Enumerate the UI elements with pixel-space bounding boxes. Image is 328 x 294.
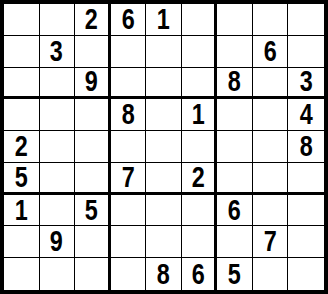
cell-r1c7[interactable] [217, 4, 253, 36]
cell-r4c9: 4 [288, 99, 324, 131]
cell-r6c6: 2 [182, 163, 218, 195]
given-digit: 6 [228, 195, 241, 226]
given-digit: 8 [228, 68, 241, 98]
given-digit: 8 [300, 131, 313, 162]
cell-r8c1[interactable] [4, 226, 40, 258]
cell-r4c6: 1 [182, 99, 218, 131]
given-digit: 7 [264, 226, 277, 257]
cell-r3c6[interactable] [182, 68, 218, 100]
cell-r5c1: 2 [4, 131, 40, 163]
cell-r7c5[interactable] [146, 195, 182, 227]
given-digit: 2 [192, 163, 205, 193]
cell-r3c2[interactable] [40, 68, 76, 100]
cell-r7c8[interactable] [253, 195, 289, 227]
given-digit: 6 [264, 36, 277, 67]
given-digit: 6 [192, 259, 205, 290]
cell-r7c2[interactable] [40, 195, 76, 227]
cell-r6c7[interactable] [217, 163, 253, 195]
cell-r3c3: 9 [75, 68, 111, 100]
cell-r4c7[interactable] [217, 99, 253, 131]
cell-r8c2: 9 [40, 226, 76, 258]
cell-r4c5[interactable] [146, 99, 182, 131]
cell-r3c5[interactable] [146, 68, 182, 100]
cell-r4c1[interactable] [4, 99, 40, 131]
cell-r7c7: 6 [217, 195, 253, 227]
cell-r3c4[interactable] [111, 68, 147, 100]
cell-r8c3[interactable] [75, 226, 111, 258]
cell-r6c4: 7 [111, 163, 147, 195]
given-digit: 3 [300, 68, 313, 98]
cell-r5c8[interactable] [253, 131, 289, 163]
cell-r6c3[interactable] [75, 163, 111, 195]
given-digit: 1 [15, 195, 28, 226]
cell-r7c6[interactable] [182, 195, 218, 227]
cell-r8c8: 7 [253, 226, 289, 258]
cell-r9c3[interactable] [75, 258, 111, 290]
cell-r5c4[interactable] [111, 131, 147, 163]
cell-r1c8[interactable] [253, 4, 289, 36]
cell-r6c8[interactable] [253, 163, 289, 195]
given-digit: 5 [228, 259, 241, 290]
cell-r9c5: 8 [146, 258, 182, 290]
cell-r5c9: 8 [288, 131, 324, 163]
given-digit: 3 [50, 36, 63, 67]
cell-r3c8[interactable] [253, 68, 289, 100]
cell-r6c9[interactable] [288, 163, 324, 195]
cell-r9c2[interactable] [40, 258, 76, 290]
given-digit: 9 [85, 68, 98, 98]
given-digit: 8 [157, 259, 170, 290]
cell-r1c5: 1 [146, 4, 182, 36]
cell-r4c3[interactable] [75, 99, 111, 131]
cell-r9c1[interactable] [4, 258, 40, 290]
cell-r7c9[interactable] [288, 195, 324, 227]
cell-r6c5[interactable] [146, 163, 182, 195]
cell-r9c8[interactable] [253, 258, 289, 290]
given-digit: 8 [121, 99, 134, 130]
cell-r5c6[interactable] [182, 131, 218, 163]
cell-r4c8[interactable] [253, 99, 289, 131]
given-digit: 1 [157, 4, 170, 35]
cell-r5c2[interactable] [40, 131, 76, 163]
sudoku-board: 261369838142857215697865 [0, 0, 328, 294]
cell-r8c5[interactable] [146, 226, 182, 258]
cell-r8c7[interactable] [217, 226, 253, 258]
given-digit: 4 [300, 99, 313, 130]
cell-r9c7: 5 [217, 258, 253, 290]
cell-r6c2[interactable] [40, 163, 76, 195]
cell-r1c1[interactable] [4, 4, 40, 36]
cell-r3c9: 3 [288, 68, 324, 100]
cell-r3c7: 8 [217, 68, 253, 100]
cell-r1c4: 6 [111, 4, 147, 36]
given-digit: 1 [192, 99, 205, 130]
cell-r8c4[interactable] [111, 226, 147, 258]
cell-r7c3: 5 [75, 195, 111, 227]
cell-r9c4[interactable] [111, 258, 147, 290]
cell-r7c1: 1 [4, 195, 40, 227]
given-digit: 6 [121, 4, 134, 35]
cell-r7c4[interactable] [111, 195, 147, 227]
cell-r2c6[interactable] [182, 36, 218, 68]
cell-r1c2[interactable] [40, 4, 76, 36]
cell-r1c3: 2 [75, 4, 111, 36]
cell-r3c1[interactable] [4, 68, 40, 100]
given-digit: 2 [85, 4, 98, 35]
cell-r5c3[interactable] [75, 131, 111, 163]
cell-r8c6[interactable] [182, 226, 218, 258]
given-digit: 2 [15, 131, 28, 162]
cell-r2c4[interactable] [111, 36, 147, 68]
cell-r6c1: 5 [4, 163, 40, 195]
cell-r5c7[interactable] [217, 131, 253, 163]
given-digit: 9 [50, 226, 63, 257]
cell-r9c9[interactable] [288, 258, 324, 290]
cell-r1c9[interactable] [288, 4, 324, 36]
given-digit: 5 [85, 195, 98, 226]
cell-r2c7[interactable] [217, 36, 253, 68]
cell-r2c8: 6 [253, 36, 289, 68]
given-digit: 5 [15, 163, 28, 193]
cell-r2c9[interactable] [288, 36, 324, 68]
cell-r2c2: 3 [40, 36, 76, 68]
cell-r4c4: 8 [111, 99, 147, 131]
cell-r4c2[interactable] [40, 99, 76, 131]
cell-r8c9[interactable] [288, 226, 324, 258]
given-digit: 7 [121, 163, 134, 193]
cell-r1c6[interactable] [182, 4, 218, 36]
cell-r2c5[interactable] [146, 36, 182, 68]
cell-r9c6: 6 [182, 258, 218, 290]
cell-r5c5[interactable] [146, 131, 182, 163]
cell-r2c1[interactable] [4, 36, 40, 68]
cell-r2c3[interactable] [75, 36, 111, 68]
